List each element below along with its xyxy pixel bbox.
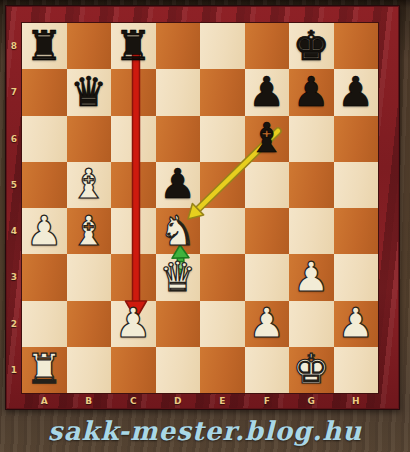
square-d3: ♛ <box>156 254 201 300</box>
square-b6 <box>67 116 112 162</box>
rank-label-8: 8 <box>7 23 21 69</box>
square-c7 <box>111 69 156 115</box>
black-pawn: ♟ <box>289 69 334 115</box>
square-f4 <box>245 208 290 254</box>
square-h2: ♟ <box>334 301 379 347</box>
square-h8 <box>334 23 379 69</box>
square-h6 <box>334 116 379 162</box>
square-d2 <box>156 301 201 347</box>
square-a7 <box>22 69 67 115</box>
square-g7: ♟ <box>289 69 334 115</box>
square-f2: ♟ <box>245 301 290 347</box>
rank-label-4: 4 <box>7 208 21 254</box>
square-b7: ♛ <box>67 69 112 115</box>
square-g1: ♚ <box>289 347 334 393</box>
square-e7 <box>200 69 245 115</box>
black-bishop: ♝ <box>245 116 290 162</box>
square-g4 <box>289 208 334 254</box>
square-d4: ♞ <box>156 208 201 254</box>
square-c8: ♜ <box>111 23 156 69</box>
square-d8 <box>156 23 201 69</box>
square-b4: ♝ <box>67 208 112 254</box>
square-d5: ♟ <box>156 162 201 208</box>
square-a4: ♟ <box>22 208 67 254</box>
square-g6 <box>289 116 334 162</box>
rank-label-5: 5 <box>7 162 21 208</box>
board-grid: ♜♜♚♛♟♟♟♝♝♟♟♝♞♛♟♟♟♟♜♚ <box>21 22 379 394</box>
square-b3 <box>67 254 112 300</box>
square-d1 <box>156 347 201 393</box>
black-pawn: ♟ <box>245 69 290 115</box>
square-e2 <box>200 301 245 347</box>
square-f3 <box>245 254 290 300</box>
square-h4 <box>334 208 379 254</box>
file-label-c: C <box>111 394 156 408</box>
square-a2 <box>22 301 67 347</box>
black-pawn: ♟ <box>156 162 201 208</box>
square-e1 <box>200 347 245 393</box>
white-pawn: ♟ <box>22 208 67 254</box>
white-queen: ♛ <box>156 254 201 300</box>
square-e3 <box>200 254 245 300</box>
file-label-d: D <box>156 394 201 408</box>
square-b8 <box>67 23 112 69</box>
square-c3 <box>111 254 156 300</box>
file-label-a: A <box>22 394 67 408</box>
black-king: ♚ <box>289 23 334 69</box>
square-g3: ♟ <box>289 254 334 300</box>
square-f5 <box>245 162 290 208</box>
square-f6: ♝ <box>245 116 290 162</box>
square-e6 <box>200 116 245 162</box>
square-a5 <box>22 162 67 208</box>
black-pawn: ♟ <box>334 69 379 115</box>
white-pawn: ♟ <box>111 301 156 347</box>
square-h5 <box>334 162 379 208</box>
rank-label-7: 7 <box>7 69 21 115</box>
square-d7 <box>156 69 201 115</box>
rank-label-6: 6 <box>7 116 21 162</box>
white-pawn: ♟ <box>334 301 379 347</box>
square-c5 <box>111 162 156 208</box>
rank-label-3: 3 <box>7 254 21 300</box>
square-e5 <box>200 162 245 208</box>
black-queen: ♛ <box>67 69 112 115</box>
white-pawn: ♟ <box>245 301 290 347</box>
file-label-f: F <box>245 394 290 408</box>
file-label-e: E <box>200 394 245 408</box>
white-knight: ♞ <box>156 208 201 254</box>
square-b2 <box>67 301 112 347</box>
square-b5: ♝ <box>67 162 112 208</box>
board-frame: 87654321 ♜♜♚♛♟♟♟♝♝♟♟♝♞♛♟♟♟♟♜♚ ABCDEFGH <box>5 5 400 410</box>
black-rook: ♜ <box>22 23 67 69</box>
white-king: ♚ <box>289 347 334 393</box>
white-bishop: ♝ <box>67 208 112 254</box>
white-pawn: ♟ <box>289 254 334 300</box>
square-c2: ♟ <box>111 301 156 347</box>
square-g5 <box>289 162 334 208</box>
square-e4 <box>200 208 245 254</box>
square-f8 <box>245 23 290 69</box>
square-a8: ♜ <box>22 23 67 69</box>
square-c1 <box>111 347 156 393</box>
square-a3 <box>22 254 67 300</box>
square-d6 <box>156 116 201 162</box>
square-c6 <box>111 116 156 162</box>
square-h1 <box>334 347 379 393</box>
square-g2 <box>289 301 334 347</box>
square-g8: ♚ <box>289 23 334 69</box>
file-label-b: B <box>67 394 112 408</box>
square-f7: ♟ <box>245 69 290 115</box>
file-labels: ABCDEFGH <box>22 394 378 408</box>
square-c4 <box>111 208 156 254</box>
square-f1 <box>245 347 290 393</box>
file-label-g: G <box>289 394 334 408</box>
square-a1: ♜ <box>22 347 67 393</box>
black-rook: ♜ <box>111 23 156 69</box>
square-h7: ♟ <box>334 69 379 115</box>
square-h3 <box>334 254 379 300</box>
rank-labels: 87654321 <box>7 23 21 393</box>
file-label-h: H <box>334 394 379 408</box>
white-bishop: ♝ <box>67 162 112 208</box>
square-b1 <box>67 347 112 393</box>
white-rook: ♜ <box>22 347 67 393</box>
square-a6 <box>22 116 67 162</box>
rank-label-1: 1 <box>7 347 21 393</box>
square-e8 <box>200 23 245 69</box>
rank-label-2: 2 <box>7 301 21 347</box>
site-caption: sakk-mester.blog.hu <box>0 409 410 452</box>
chess-diagram: 87654321 ♜♜♚♛♟♟♟♝♝♟♟♝♞♛♟♟♟♟♜♚ ABCDEFGH s… <box>0 0 410 452</box>
